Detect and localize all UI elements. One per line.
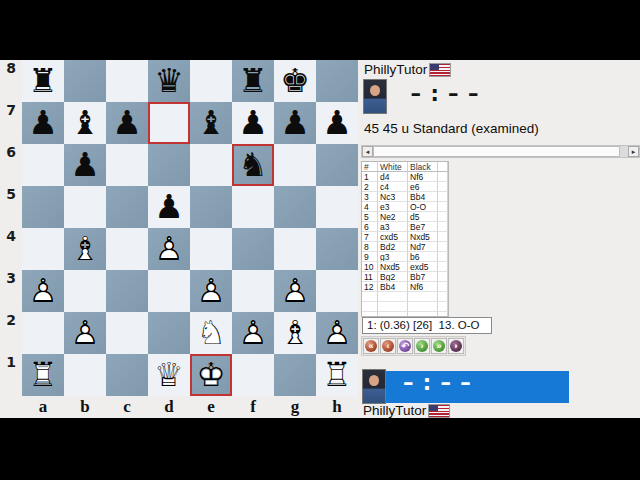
black-pawn[interactable]: ♟	[64, 144, 106, 186]
rank-label-3: 3	[0, 270, 22, 312]
file-label-f: f	[232, 397, 274, 418]
move-row-empty-cell[interactable]	[362, 302, 378, 312]
move-row-cell[interactable]: Bd2	[378, 242, 408, 252]
file-label-e: e	[190, 397, 232, 418]
move-row-cell[interactable]	[438, 252, 448, 262]
piece-outline: ♖	[22, 354, 64, 396]
square-d2[interactable]	[148, 312, 190, 354]
square-h5[interactable]	[316, 186, 358, 228]
go-to-end-button[interactable]: »	[431, 338, 447, 354]
square-f7[interactable]: ♟	[232, 102, 274, 144]
square-c6[interactable]	[106, 144, 148, 186]
move-row-cell[interactable]: 5	[362, 212, 378, 222]
move-row-empty-cell[interactable]	[378, 302, 408, 312]
square-b3[interactable]	[64, 270, 106, 312]
square-e3[interactable]: ♟♙	[190, 270, 232, 312]
move-row-cell[interactable]: 11	[362, 272, 378, 282]
square-f6[interactable]: ♞	[232, 144, 274, 186]
black-pawn[interactable]: ♟	[232, 102, 274, 144]
h-scrollbar[interactable]: ◂ ▸	[362, 146, 639, 157]
game-info-text: 45 45 u Standard (examined)	[364, 121, 539, 136]
top-player-name: PhillyTutor	[364, 62, 427, 77]
move-row-cell[interactable]: 12	[362, 282, 378, 292]
white-pawn[interactable]: ♟♙	[316, 312, 358, 354]
move-row-cell[interactable]: 3	[362, 192, 378, 202]
move-row-empty-cell[interactable]	[408, 292, 438, 302]
move-row-cell[interactable]: 4	[362, 202, 378, 212]
square-h3[interactable]	[316, 270, 358, 312]
bottom-player-line: PhillyTutor	[363, 403, 449, 418]
square-g2[interactable]: ♝♗	[274, 312, 316, 354]
square-a1[interactable]: ♜♖	[22, 354, 64, 396]
square-c2[interactable]	[106, 312, 148, 354]
app-content: 87654321 ♜♛♜♚♟♝♟♝♟♟♟♟♞♟♝♗♟♙♟♙♟♙♟♙♟♙♞♘♟♙♝…	[0, 60, 640, 418]
us-flag-icon	[430, 64, 450, 76]
black-pawn[interactable]: ♟	[148, 186, 190, 228]
square-g7[interactable]: ♟	[274, 102, 316, 144]
move-row-cell[interactable]: e6	[408, 182, 438, 192]
square-h6[interactable]	[316, 144, 358, 186]
square-e1[interactable]: ♚♔	[190, 354, 232, 396]
square-b1[interactable]	[64, 354, 106, 396]
chess-board[interactable]: ♜♛♜♚♟♝♟♝♟♟♟♟♞♟♝♗♟♙♟♙♟♙♟♙♟♙♞♘♟♙♝♗♟♙♜♖♛♕♚♔…	[22, 60, 358, 396]
white-pawn[interactable]: ♟♙	[190, 270, 232, 312]
square-e5[interactable]	[190, 186, 232, 228]
piece-outline: ♙	[316, 312, 358, 354]
piece-outline: ♕	[148, 354, 190, 396]
black-pawn[interactable]: ♟	[22, 102, 64, 144]
move-list-table[interactable]: #WhiteBlack1d4Nf62c4e63Nc3Bb44e3O-O5Ne2d…	[362, 162, 448, 316]
back-one-move-button-icon: ‹	[382, 340, 394, 352]
move-row-empty-cell[interactable]	[378, 312, 408, 316]
move-row-cell[interactable]: 1	[362, 172, 378, 182]
square-c3[interactable]	[106, 270, 148, 312]
square-e4[interactable]	[190, 228, 232, 270]
square-c1[interactable]	[106, 354, 148, 396]
scroll-right-arrow[interactable]: ▸	[628, 146, 639, 157]
move-row-cell[interactable]: exd5	[408, 262, 438, 272]
black-pawn[interactable]: ♟	[316, 102, 358, 144]
move-row-cell[interactable]	[438, 182, 448, 192]
square-d8[interactable]: ♛	[148, 60, 190, 102]
piece-outline: ♙	[232, 312, 274, 354]
file-label-b: b	[64, 397, 106, 418]
move-row-cell[interactable]: c4	[378, 182, 408, 192]
go-to-end-button-icon: »	[433, 340, 445, 352]
file-label-c: c	[106, 397, 148, 418]
rank-label-6: 6	[0, 144, 22, 186]
move-row-cell[interactable]: O-O	[408, 202, 438, 212]
square-f5[interactable]	[232, 186, 274, 228]
move-row-cell[interactable]	[438, 222, 448, 232]
square-d1[interactable]: ♛♕	[148, 354, 190, 396]
move-row-cell[interactable]: 7	[362, 232, 378, 242]
rank-label-1: 1	[0, 354, 22, 396]
move-row-cell[interactable]: 2	[362, 182, 378, 192]
move-row-cell[interactable]	[438, 282, 448, 292]
square-d3[interactable]	[148, 270, 190, 312]
black-knight[interactable]: ♞	[232, 144, 274, 186]
misc-tool-button-icon: ◗	[450, 340, 462, 352]
square-a5[interactable]	[22, 186, 64, 228]
square-b2[interactable]: ♟♙	[64, 312, 106, 354]
square-a4[interactable]	[22, 228, 64, 270]
move-row-empty-cell[interactable]	[378, 292, 408, 302]
analysis-input[interactable]: 1: (0.36) [26] 13. O-O	[362, 317, 492, 334]
scrollbar-thumb[interactable]	[373, 146, 620, 157]
square-a3[interactable]: ♟♙	[22, 270, 64, 312]
square-g4[interactable]	[274, 228, 316, 270]
white-pawn[interactable]: ♟♙	[64, 312, 106, 354]
white-king[interactable]: ♚♔	[190, 354, 232, 396]
file-label-g: g	[274, 397, 316, 418]
move-row-cell[interactable]: Bb4	[408, 192, 438, 202]
file-label-a: a	[22, 397, 64, 418]
piece-outline: ♖	[316, 354, 358, 396]
square-g3[interactable]: ♟♙	[274, 270, 316, 312]
file-labels: abcdefgh	[22, 397, 358, 418]
white-bishop[interactable]: ♝♗	[64, 228, 106, 270]
move-row-cell[interactable]: Bg2	[378, 272, 408, 282]
square-h4[interactable]	[316, 228, 358, 270]
black-pawn[interactable]: ♟	[106, 102, 148, 144]
black-rook[interactable]: ♜	[232, 60, 274, 102]
move-row-cell[interactable]	[438, 192, 448, 202]
square-f1[interactable]	[232, 354, 274, 396]
move-row-empty-cell[interactable]	[438, 312, 448, 316]
square-b4[interactable]: ♝♗	[64, 228, 106, 270]
forward-one-move-button[interactable]: ›	[414, 338, 430, 354]
move-row-cell[interactable]: Ne2	[378, 212, 408, 222]
piece-outline: ♘	[190, 312, 232, 354]
move-row-cell[interactable]: 10	[362, 262, 378, 272]
square-h7[interactable]: ♟	[316, 102, 358, 144]
square-d4[interactable]: ♟♙	[148, 228, 190, 270]
file-label-h: h	[316, 397, 358, 418]
white-pawn[interactable]: ♟♙	[22, 270, 64, 312]
rank-label-8: 8	[0, 60, 22, 102]
square-f3[interactable]	[232, 270, 274, 312]
white-queen[interactable]: ♛♕	[148, 354, 190, 396]
move-row-cell[interactable]	[438, 212, 448, 222]
move-row-cell[interactable]	[438, 172, 448, 182]
piece-outline: ♙	[64, 312, 106, 354]
black-bishop[interactable]: ♝	[190, 102, 232, 144]
move-row-cell[interactable]: Nc3	[378, 192, 408, 202]
square-c5[interactable]	[106, 186, 148, 228]
square-b6[interactable]: ♟	[64, 144, 106, 186]
rank-label-7: 7	[0, 102, 22, 144]
move-row-cell[interactable]: e3	[378, 202, 408, 212]
square-a2[interactable]	[22, 312, 64, 354]
black-king[interactable]: ♚	[274, 60, 316, 102]
square-e7[interactable]: ♝	[190, 102, 232, 144]
rank-label-2: 2	[0, 312, 22, 354]
move-row-empty-cell[interactable]	[438, 292, 448, 302]
move-row-cell[interactable]	[438, 232, 448, 242]
square-g1[interactable]	[274, 354, 316, 396]
square-e8[interactable]	[190, 60, 232, 102]
move-row-cell[interactable]: 8	[362, 242, 378, 252]
scroll-left-arrow[interactable]: ◂	[362, 146, 373, 157]
bottom-player-name: PhillyTutor	[363, 403, 426, 418]
black-pawn[interactable]: ♟	[274, 102, 316, 144]
white-pawn[interactable]: ♟♙	[274, 270, 316, 312]
move-row-cell[interactable]: Nxd5	[408, 232, 438, 242]
revert-button-icon: ↶	[399, 340, 411, 352]
move-row-cell[interactable]: d4	[378, 172, 408, 182]
white-rook[interactable]: ♜♖	[316, 354, 358, 396]
move-row-cell[interactable]: 6	[362, 222, 378, 232]
move-row-cell[interactable]	[438, 272, 448, 282]
square-a8[interactable]: ♜	[22, 60, 64, 102]
square-b5[interactable]	[64, 186, 106, 228]
move-row-empty-cell[interactable]	[408, 312, 438, 316]
us-flag-icon	[429, 405, 449, 417]
move-row-cell[interactable]	[438, 242, 448, 252]
square-a6[interactable]	[22, 144, 64, 186]
move-row-cell[interactable]: d5	[408, 212, 438, 222]
move-row-empty-cell[interactable]	[362, 312, 378, 316]
piece-outline: ♙	[190, 270, 232, 312]
top-player-avatar	[364, 80, 386, 113]
square-g8[interactable]: ♚	[274, 60, 316, 102]
square-b7[interactable]: ♝	[64, 102, 106, 144]
move-row-cell[interactable]: 9	[362, 252, 378, 262]
move-row-cell[interactable]	[438, 262, 448, 272]
white-pawn[interactable]: ♟♙	[148, 228, 190, 270]
white-bishop[interactable]: ♝♗	[274, 312, 316, 354]
square-f2[interactable]: ♟♙	[232, 312, 274, 354]
square-d7[interactable]	[148, 102, 190, 144]
square-b8[interactable]	[64, 60, 106, 102]
white-pawn[interactable]: ♟♙	[232, 312, 274, 354]
rank-label-4: 4	[0, 228, 22, 270]
move-row-cell[interactable]: a3	[378, 222, 408, 232]
move-row-cell[interactable]: Nxd5	[378, 262, 408, 272]
top-player-clock: – : – –	[389, 82, 501, 114]
move-row-cell[interactable]: Bb4	[378, 282, 408, 292]
game-panel: PhillyTutor – : – – 45 45 u Standard (ex…	[361, 60, 640, 418]
move-table-header-cell: White	[378, 162, 408, 172]
top-player-line: PhillyTutor	[364, 62, 450, 77]
piece-outline: ♗	[274, 312, 316, 354]
square-a7[interactable]: ♟	[22, 102, 64, 144]
rank-labels: 87654321	[0, 60, 22, 396]
back-one-move-button[interactable]: ‹	[380, 338, 396, 354]
move-row-cell[interactable]: Nf6	[408, 172, 438, 182]
piece-outline: ♗	[64, 228, 106, 270]
move-row-empty-cell[interactable]	[408, 302, 438, 312]
square-d6[interactable]	[148, 144, 190, 186]
move-row-empty-cell[interactable]	[438, 302, 448, 312]
black-bishop[interactable]: ♝	[64, 102, 106, 144]
square-h8[interactable]	[316, 60, 358, 102]
square-e6[interactable]	[190, 144, 232, 186]
move-table-header-cell: #	[362, 162, 378, 172]
square-e2[interactable]: ♞♘	[190, 312, 232, 354]
black-queen[interactable]: ♛	[148, 60, 190, 102]
move-row-cell[interactable]: b6	[408, 252, 438, 262]
go-to-start-button[interactable]: «	[363, 338, 379, 354]
go-to-start-button-icon: «	[365, 340, 377, 352]
misc-tool-button[interactable]: ◗	[448, 338, 464, 354]
rank-label-5: 5	[0, 186, 22, 228]
square-f8[interactable]: ♜	[232, 60, 274, 102]
move-row-cell[interactable]: cxd5	[378, 232, 408, 242]
square-c4[interactable]	[106, 228, 148, 270]
move-row-cell[interactable]: Bb7	[408, 272, 438, 282]
move-row-cell[interactable]	[438, 202, 448, 212]
square-d5[interactable]: ♟	[148, 186, 190, 228]
square-h2[interactable]: ♟♙	[316, 312, 358, 354]
square-c8[interactable]	[106, 60, 148, 102]
square-g6[interactable]	[274, 144, 316, 186]
square-h1[interactable]: ♜♖	[316, 354, 358, 396]
move-row-cell[interactable]: Be7	[408, 222, 438, 232]
bottom-player-avatar	[363, 370, 385, 403]
piece-outline: ♙	[274, 270, 316, 312]
white-knight[interactable]: ♞♘	[190, 312, 232, 354]
move-table-header-cell: Black	[408, 162, 438, 172]
black-rook[interactable]: ♜	[22, 60, 64, 102]
bottom-player-clock: – : – –	[386, 371, 569, 403]
move-navigation-toolbar: «‹↶›»◗	[362, 337, 465, 355]
move-row-empty-cell[interactable]	[362, 292, 378, 302]
move-table-header-cell	[438, 162, 448, 172]
piece-outline: ♙	[22, 270, 64, 312]
move-row-cell[interactable]: Nf6	[408, 282, 438, 292]
piece-outline: ♔	[190, 354, 232, 396]
file-label-d: d	[148, 397, 190, 418]
move-row-cell[interactable]: g3	[378, 252, 408, 262]
piece-outline: ♙	[148, 228, 190, 270]
square-g5[interactable]	[274, 186, 316, 228]
square-c7[interactable]: ♟	[106, 102, 148, 144]
revert-button[interactable]: ↶	[397, 338, 413, 354]
forward-one-move-button-icon: ›	[416, 340, 428, 352]
white-rook[interactable]: ♜♖	[22, 354, 64, 396]
square-f4[interactable]	[232, 228, 274, 270]
move-row-cell[interactable]: Nd7	[408, 242, 438, 252]
